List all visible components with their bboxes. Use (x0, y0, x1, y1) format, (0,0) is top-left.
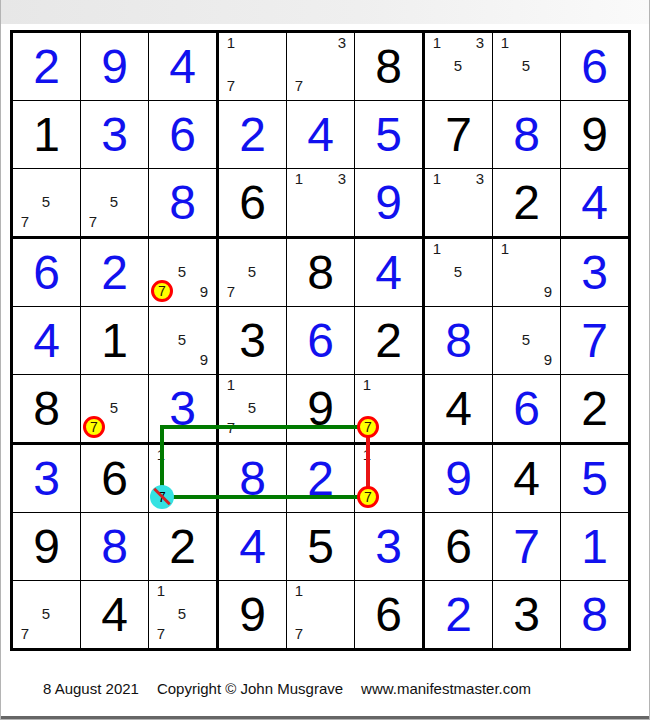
pencil-mark: 1 (291, 171, 307, 187)
solved-digit: 4 (355, 239, 422, 306)
solved-digit: 6 (13, 239, 80, 306)
cell-r8c8[interactable]: 7 (493, 513, 560, 580)
solved-digit: 3 (81, 101, 148, 168)
cell-r4c7[interactable]: 15 (425, 239, 492, 306)
solved-digit: 4 (219, 513, 286, 580)
solved-digit: 4 (149, 33, 216, 100)
solved-digit: 2 (425, 581, 492, 648)
given-digit: 2 (355, 307, 422, 374)
solved-digit: 7 (493, 513, 560, 580)
cell-r1c4[interactable]: 17 (219, 33, 286, 100)
given-digit: 9 (561, 101, 628, 168)
given-digit: 8 (355, 33, 422, 100)
given-digit: 4 (493, 445, 560, 512)
cell-r5c7[interactable]: 8 (425, 307, 492, 374)
solved-digit: 4 (561, 169, 628, 236)
pencil-mark: 7 (85, 214, 101, 230)
pencil-mark: 5 (518, 58, 534, 74)
cell-r9c7[interactable]: 2 (425, 581, 492, 648)
solved-digit: 2 (287, 445, 354, 512)
solved-digit: 9 (81, 33, 148, 100)
cell-r7c7[interactable]: 9 (425, 445, 492, 512)
pencil-mark: 1 (497, 241, 513, 257)
pencil-mark: 3 (334, 35, 350, 51)
cell-r1c6[interactable]: 8 (355, 33, 422, 100)
cell-r7c4[interactable]: 8 (219, 445, 286, 512)
top-band (1, 0, 649, 24)
given-digit: 4 (425, 375, 492, 442)
cell-r1c1[interactable]: 2 (13, 33, 80, 100)
cell-r4c8[interactable]: 19 (493, 239, 560, 306)
cell-r8c2[interactable]: 8 (81, 513, 148, 580)
solved-digit: 2 (81, 239, 148, 306)
cell-r2c7[interactable]: 7 (425, 101, 492, 168)
cell-r2c1[interactable]: 1 (13, 101, 80, 168)
cell-r9c6[interactable]: 6 (355, 581, 422, 648)
given-digit: 3 (493, 581, 560, 648)
pencil-mark: 5 (174, 332, 190, 348)
solved-digit: 8 (425, 307, 492, 374)
pencil-mark: 1 (497, 35, 513, 51)
solved-digit: 3 (149, 375, 216, 442)
footer: 8 August 2021Copyright © John Musgraveww… (0, 679, 650, 699)
cell-r1c7[interactable]: 135 (425, 33, 492, 100)
pencil-mark: 3 (334, 171, 350, 187)
cell-r9c1[interactable]: 57 (13, 581, 80, 648)
cell-r6c6[interactable]: 1 (355, 375, 422, 442)
pencil-mark: 5 (518, 332, 534, 348)
footer-copyright: Copyright © John Musgrave (157, 680, 343, 697)
cell-r8c7[interactable]: 6 (425, 513, 492, 580)
cell-r4c9[interactable]: 3 (561, 239, 628, 306)
pencil-mark: 9 (196, 352, 212, 368)
pencil-mark: 1 (291, 583, 307, 599)
cell-r5c3[interactable]: 59 (149, 307, 216, 374)
solved-digit: 8 (561, 581, 628, 648)
cell-r3c3[interactable]: 8 (149, 169, 216, 236)
cell-r6c5[interactable]: 9 (287, 375, 354, 442)
cell-r3c1[interactable]: 57 (13, 169, 80, 236)
cell-r5c2[interactable]: 1 (81, 307, 148, 374)
pencil-mark: 3 (472, 35, 488, 51)
pencil-mark: 7 (223, 78, 239, 94)
cell-r6c7[interactable]: 4 (425, 375, 492, 442)
solved-digit: 6 (149, 101, 216, 168)
given-digit: 3 (219, 307, 286, 374)
pencil-mark: 7 (291, 78, 307, 94)
cell-r8c1[interactable]: 9 (13, 513, 80, 580)
cell-r4c3[interactable]: 59 (149, 239, 216, 306)
solved-digit: 2 (13, 33, 80, 100)
pencil-mark: 7 (17, 626, 33, 642)
sudoku-board: 2941737813515613624578957578613913246259… (10, 30, 631, 651)
cell-r2c6[interactable]: 5 (355, 101, 422, 168)
cell-r9c3[interactable]: 157 (149, 581, 216, 648)
pencil-mark: 7 (223, 284, 239, 300)
given-digit: 4 (81, 581, 148, 648)
cell-r5c6[interactable]: 2 (355, 307, 422, 374)
cell-r6c9[interactable]: 2 (561, 375, 628, 442)
cell-r3c9[interactable]: 4 (561, 169, 628, 236)
solved-digit: 3 (355, 513, 422, 580)
pencil-mark: 1 (153, 583, 169, 599)
solved-digit: 4 (13, 307, 80, 374)
cell-r2c8[interactable]: 8 (493, 101, 560, 168)
cell-r9c5[interactable]: 17 (287, 581, 354, 648)
cell-r3c8[interactable]: 2 (493, 169, 560, 236)
cell-r3c6[interactable]: 9 (355, 169, 422, 236)
cell-r7c8[interactable]: 4 (493, 445, 560, 512)
cell-r1c2[interactable]: 9 (81, 33, 148, 100)
cell-r6c8[interactable]: 6 (493, 375, 560, 442)
pencil-mark: 1 (223, 377, 239, 393)
cell-r9c2[interactable]: 4 (81, 581, 148, 648)
given-digit: 2 (493, 169, 560, 236)
given-digit: 9 (13, 513, 80, 580)
cell-r9c9[interactable]: 8 (561, 581, 628, 648)
given-digit: 1 (81, 307, 148, 374)
pencil-mark: 9 (540, 352, 556, 368)
solved-digit: 8 (219, 445, 286, 512)
pencil-mark: 7 (153, 626, 169, 642)
pencil-mark: 5 (174, 264, 190, 280)
pencil-mark: 3 (472, 171, 488, 187)
footer-url: www.manifestmaster.com (361, 680, 531, 697)
pencil-mark: 7 (223, 420, 239, 436)
cell-r5c4[interactable]: 3 (219, 307, 286, 374)
cell-r4c5[interactable]: 8 (287, 239, 354, 306)
cell-r5c1[interactable]: 4 (13, 307, 80, 374)
cell-r8c4[interactable]: 4 (219, 513, 286, 580)
cell-r6c4[interactable]: 157 (219, 375, 286, 442)
pencil-mark: 5 (38, 606, 54, 622)
pencil-mark: 1 (359, 447, 375, 463)
cell-r7c2[interactable]: 6 (81, 445, 148, 512)
cell-r8c5[interactable]: 5 (287, 513, 354, 580)
cell-r4c4[interactable]: 57 (219, 239, 286, 306)
cell-r7c9[interactable]: 5 (561, 445, 628, 512)
pencil-mark: 5 (244, 264, 260, 280)
solved-digit: 5 (355, 101, 422, 168)
cell-r8c3[interactable]: 2 (149, 513, 216, 580)
cell-r3c7[interactable]: 13 (425, 169, 492, 236)
pencil-mark: 5 (38, 194, 54, 210)
solved-digit: 8 (81, 513, 148, 580)
given-digit: 2 (149, 513, 216, 580)
given-digit: 6 (81, 445, 148, 512)
given-digit: 5 (287, 513, 354, 580)
pencil-mark: 1 (223, 35, 239, 51)
pencil-mark: 5 (106, 194, 122, 210)
footer-date: 8 August 2021 (43, 680, 139, 697)
given-digit: 8 (287, 239, 354, 306)
given-digit: 6 (425, 513, 492, 580)
pencil-mark: 1 (429, 35, 445, 51)
cell-r2c4[interactable]: 2 (219, 101, 286, 168)
pencil-mark: 7 (17, 214, 33, 230)
cell-r3c2[interactable]: 57 (81, 169, 148, 236)
solved-digit: 4 (287, 101, 354, 168)
pencil-mark: 1 (429, 171, 445, 187)
cell-r3c5[interactable]: 13 (287, 169, 354, 236)
given-digit: 9 (287, 375, 354, 442)
solved-digit: 6 (493, 375, 560, 442)
pencil-mark: 5 (450, 264, 466, 280)
cell-r3c4[interactable]: 6 (219, 169, 286, 236)
cell-r5c8[interactable]: 59 (493, 307, 560, 374)
solved-digit: 8 (493, 101, 560, 168)
pencil-mark: 9 (196, 284, 212, 300)
pencil-mark: 1 (153, 447, 169, 463)
cell-r7c5[interactable]: 2 (287, 445, 354, 512)
cell-r6c2[interactable]: 5 (81, 375, 148, 442)
solved-digit: 1 (561, 513, 628, 580)
bottom-strip (1, 716, 649, 719)
solved-digit: 7 (561, 307, 628, 374)
pencil-mark: 5 (450, 58, 466, 74)
solved-digit: 5 (561, 445, 628, 512)
cell-r4c6[interactable]: 4 (355, 239, 422, 306)
cell-r2c9[interactable]: 9 (561, 101, 628, 168)
cell-r4c2[interactable]: 2 (81, 239, 148, 306)
given-digit: 2 (561, 375, 628, 442)
cell-r2c3[interactable]: 6 (149, 101, 216, 168)
cell-r7c3[interactable]: 1 (149, 445, 216, 512)
cell-r9c8[interactable]: 3 (493, 581, 560, 648)
cell-r8c9[interactable]: 1 (561, 513, 628, 580)
solved-digit: 3 (561, 239, 628, 306)
pencil-mark: 7 (291, 626, 307, 642)
cell-r7c6[interactable]: 1 (355, 445, 422, 512)
pencil-mark: 5 (106, 400, 122, 416)
given-digit: 8 (13, 375, 80, 442)
given-digit: 9 (219, 581, 286, 648)
solved-digit: 2 (219, 101, 286, 168)
pencil-mark: 1 (359, 377, 375, 393)
solved-digit: 6 (287, 307, 354, 374)
pencil-mark: 5 (174, 606, 190, 622)
cell-r1c5[interactable]: 37 (287, 33, 354, 100)
cell-r1c3[interactable]: 4 (149, 33, 216, 100)
cell-r8c6[interactable]: 3 (355, 513, 422, 580)
cell-r2c2[interactable]: 3 (81, 101, 148, 168)
given-digit: 6 (219, 169, 286, 236)
cell-r5c9[interactable]: 7 (561, 307, 628, 374)
solved-digit: 9 (355, 169, 422, 236)
given-digit: 1 (13, 101, 80, 168)
cell-r2c5[interactable]: 4 (287, 101, 354, 168)
cell-r5c5[interactable]: 6 (287, 307, 354, 374)
cell-r7c1[interactable]: 3 (13, 445, 80, 512)
pencil-mark: 1 (429, 241, 445, 257)
cell-r1c9[interactable]: 6 (561, 33, 628, 100)
page: 2941737813515613624578957578613913246259… (0, 0, 650, 720)
given-digit: 6 (355, 581, 422, 648)
given-digit: 7 (425, 101, 492, 168)
cell-r9c4[interactable]: 9 (219, 581, 286, 648)
pencil-mark: 5 (244, 400, 260, 416)
cell-r1c8[interactable]: 15 (493, 33, 560, 100)
pencil-mark: 9 (540, 284, 556, 300)
solved-digit: 3 (13, 445, 80, 512)
solved-digit: 6 (561, 33, 628, 100)
solved-digit: 8 (149, 169, 216, 236)
cell-r6c3[interactable]: 3 (149, 375, 216, 442)
cell-r6c1[interactable]: 8 (13, 375, 80, 442)
cell-r4c1[interactable]: 6 (13, 239, 80, 306)
solved-digit: 9 (425, 445, 492, 512)
